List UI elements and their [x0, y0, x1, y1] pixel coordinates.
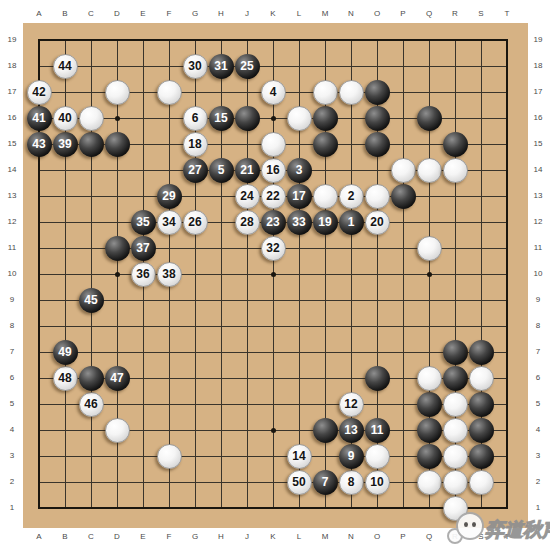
column-label-bottom: E	[140, 533, 145, 541]
column-label-top: G	[192, 10, 198, 18]
stone-white-N5: 12	[339, 392, 364, 417]
move-number-label: 39	[58, 138, 71, 150]
row-label-right: 6	[536, 374, 540, 382]
stone-black-N4: 13	[339, 418, 364, 443]
stone-white-R2	[443, 470, 468, 495]
move-number-label: 1	[348, 216, 355, 228]
move-number-label: 27	[188, 164, 201, 176]
stone-white-L3: 14	[287, 444, 312, 469]
move-number-label: 46	[84, 398, 97, 410]
column-label-bottom: C	[88, 533, 94, 541]
stone-white-S2	[469, 470, 494, 495]
column-label-top: L	[297, 10, 301, 18]
watermark-eye-icon	[472, 522, 476, 527]
stone-black-A15: 43	[27, 132, 52, 157]
move-number-label: 50	[292, 476, 305, 488]
move-number-label: 16	[266, 164, 279, 176]
stone-white-F3	[157, 444, 182, 469]
move-number-label: 23	[266, 216, 279, 228]
move-number-label: 19	[318, 216, 331, 228]
stone-white-S6	[469, 366, 494, 391]
stone-black-A16: 41	[27, 106, 52, 131]
move-number-label: 25	[240, 60, 253, 72]
stone-black-D15	[105, 132, 130, 157]
stone-black-R7	[443, 340, 468, 365]
stone-white-O3	[365, 444, 390, 469]
row-label-right: 7	[536, 348, 540, 356]
move-number-label: 37	[136, 242, 149, 254]
stone-white-B16: 40	[53, 106, 78, 131]
stone-white-B6: 48	[53, 366, 78, 391]
stone-black-R6	[443, 366, 468, 391]
stone-white-R5	[443, 392, 468, 417]
stone-black-K12: 23	[261, 210, 286, 235]
column-label-top: Q	[426, 10, 432, 18]
stone-white-G16: 6	[183, 106, 208, 131]
stone-white-J13: 24	[235, 184, 260, 209]
column-label-top: R	[452, 10, 458, 18]
move-number-label: 38	[162, 268, 175, 280]
stone-black-L14: 3	[287, 158, 312, 183]
move-number-label: 6	[192, 112, 199, 124]
stone-white-J12: 28	[235, 210, 260, 235]
stone-white-L16	[287, 106, 312, 131]
move-number-label: 36	[136, 268, 149, 280]
stone-black-C15	[79, 132, 104, 157]
stone-white-E10: 36	[131, 262, 156, 287]
row-label-right: 15	[534, 140, 543, 148]
column-label-top: T	[505, 10, 510, 18]
move-number-label: 22	[266, 190, 279, 202]
stone-white-R14	[443, 158, 468, 183]
column-label-bottom: L	[297, 533, 301, 541]
move-number-label: 32	[266, 242, 279, 254]
row-label-right: 12	[534, 218, 543, 226]
stone-white-F10: 38	[157, 262, 182, 287]
move-number-label: 47	[110, 372, 123, 384]
move-number-label: 12	[344, 398, 357, 410]
stone-white-L2: 50	[287, 470, 312, 495]
stone-black-D6: 47	[105, 366, 130, 391]
move-number-label: 45	[84, 294, 97, 306]
stone-black-B15: 39	[53, 132, 78, 157]
move-number-label: 31	[214, 60, 227, 72]
column-label-top: S	[478, 10, 483, 18]
move-number-label: 2	[348, 190, 355, 202]
stone-black-M15	[313, 132, 338, 157]
watermark-face-icon	[456, 512, 484, 540]
stone-black-S4	[469, 418, 494, 443]
stone-white-K15	[261, 132, 286, 157]
stone-black-L13: 17	[287, 184, 312, 209]
column-label-top: O	[374, 10, 380, 18]
move-number-label: 5	[218, 164, 225, 176]
row-label-right: 18	[534, 62, 543, 70]
stone-black-H18: 31	[209, 54, 234, 79]
stone-white-B18: 44	[53, 54, 78, 79]
stone-white-G15: 18	[183, 132, 208, 157]
stone-black-G14: 27	[183, 158, 208, 183]
stone-black-R15	[443, 132, 468, 157]
stone-black-M2: 7	[313, 470, 338, 495]
column-label-top: B	[62, 10, 67, 18]
row-label-left: 5	[10, 400, 14, 408]
stone-white-Q2	[417, 470, 442, 495]
move-number-label: 14	[292, 450, 305, 462]
stone-black-Q5	[417, 392, 442, 417]
move-number-label: 43	[32, 138, 45, 150]
stone-black-J14: 21	[235, 158, 260, 183]
stone-white-N13: 2	[339, 184, 364, 209]
column-label-bottom: F	[167, 533, 172, 541]
stone-black-J16	[235, 106, 260, 131]
stone-white-K17: 4	[261, 80, 286, 105]
column-label-top: K	[270, 10, 275, 18]
stone-white-P14	[391, 158, 416, 183]
stone-white-R3	[443, 444, 468, 469]
watermark-eye-icon	[464, 522, 468, 527]
column-label-bottom: M	[322, 533, 329, 541]
row-label-right: 19	[534, 36, 543, 44]
row-label-right: 5	[536, 400, 540, 408]
column-label-bottom: P	[400, 533, 405, 541]
row-label-right: 13	[534, 192, 543, 200]
row-label-left: 11	[8, 244, 16, 252]
stone-white-M13	[313, 184, 338, 209]
stone-black-J18: 25	[235, 54, 260, 79]
stone-black-L12: 33	[287, 210, 312, 235]
column-label-top: E	[140, 10, 145, 18]
column-label-top: D	[114, 10, 120, 18]
stone-white-A17: 42	[27, 80, 52, 105]
stone-white-K13: 22	[261, 184, 286, 209]
stone-white-K11: 32	[261, 236, 286, 261]
go-diagram: AABBCCDDEEFFGGHHJJKKLLMMNNOOPPQQRRSSTT19…	[0, 0, 550, 550]
stone-white-O13	[365, 184, 390, 209]
stone-black-M4	[313, 418, 338, 443]
row-label-left: 17	[8, 88, 17, 96]
stone-black-M12: 19	[313, 210, 338, 235]
board-grid: 1234567891011121314151617181920212223242…	[26, 27, 520, 521]
stone-white-O12: 20	[365, 210, 390, 235]
stone-white-G18: 30	[183, 54, 208, 79]
row-label-left: 8	[10, 322, 14, 330]
stone-black-B7: 49	[53, 340, 78, 365]
row-label-left: 10	[8, 270, 17, 278]
stone-black-C6	[79, 366, 104, 391]
stone-black-Q4	[417, 418, 442, 443]
column-label-bottom: D	[114, 533, 120, 541]
row-label-right: 17	[534, 88, 543, 96]
row-label-left: 18	[8, 62, 17, 70]
stone-black-Q16	[417, 106, 442, 131]
stone-white-Q11	[417, 236, 442, 261]
row-label-right: 3	[536, 452, 540, 460]
move-number-label: 34	[162, 216, 175, 228]
stone-black-S7	[469, 340, 494, 365]
stone-black-E12: 35	[131, 210, 156, 235]
move-number-label: 28	[240, 216, 253, 228]
stone-white-N17	[339, 80, 364, 105]
move-number-label: 8	[348, 476, 355, 488]
column-label-top: M	[322, 10, 329, 18]
column-label-bottom: O	[374, 533, 380, 541]
column-label-top: N	[348, 10, 354, 18]
row-label-left: 3	[10, 452, 14, 460]
move-number-label: 35	[136, 216, 149, 228]
stone-white-M17	[313, 80, 338, 105]
row-label-left: 9	[10, 296, 14, 304]
row-label-left: 19	[8, 36, 17, 44]
row-label-right: 10	[534, 270, 543, 278]
stone-black-O6	[365, 366, 390, 391]
stone-black-C9: 45	[79, 288, 104, 313]
stone-white-N2: 8	[339, 470, 364, 495]
move-number-label: 48	[58, 372, 71, 384]
move-number-label: 17	[292, 190, 305, 202]
stone-white-R4	[443, 418, 468, 443]
stone-black-O4: 11	[365, 418, 390, 443]
stone-white-C5: 46	[79, 392, 104, 417]
column-label-bottom: B	[62, 533, 67, 541]
row-label-left: 2	[10, 478, 14, 486]
row-label-right: 4	[536, 426, 540, 434]
stone-black-N12: 1	[339, 210, 364, 235]
move-number-label: 11	[371, 424, 384, 436]
row-label-right: 11	[534, 244, 542, 252]
column-label-bottom: H	[218, 533, 224, 541]
stone-black-H14: 5	[209, 158, 234, 183]
stone-black-O17	[365, 80, 390, 105]
column-label-top: F	[167, 10, 172, 18]
move-number-label: 9	[348, 450, 355, 462]
move-number-label: 26	[188, 216, 201, 228]
move-number-label: 41	[32, 112, 45, 124]
watermark-text: 弈道秋声	[485, 517, 550, 543]
column-label-bottom: N	[348, 533, 354, 541]
row-label-left: 15	[8, 140, 17, 148]
stone-black-S3	[469, 444, 494, 469]
column-label-bottom: A	[36, 533, 41, 541]
move-number-label: 18	[188, 138, 201, 150]
stone-black-H16: 15	[209, 106, 234, 131]
stone-black-O15	[365, 132, 390, 157]
column-label-top: A	[36, 10, 41, 18]
stone-black-P13	[391, 184, 416, 209]
stone-white-F12: 34	[157, 210, 182, 235]
stone-black-S5	[469, 392, 494, 417]
row-label-left: 4	[10, 426, 14, 434]
stone-black-F13: 29	[157, 184, 182, 209]
move-number-label: 30	[188, 60, 201, 72]
row-label-left: 1	[10, 504, 14, 512]
stone-white-D17	[105, 80, 130, 105]
move-number-label: 44	[58, 60, 71, 72]
stone-black-E11: 37	[131, 236, 156, 261]
move-number-label: 29	[162, 190, 175, 202]
stone-white-O2: 10	[365, 470, 390, 495]
move-number-label: 20	[370, 216, 383, 228]
row-label-left: 16	[8, 114, 17, 122]
row-label-left: 7	[10, 348, 14, 356]
move-number-label: 24	[240, 190, 253, 202]
stone-black-O16	[365, 106, 390, 131]
stone-white-D4	[105, 418, 130, 443]
move-number-label: 3	[296, 164, 303, 176]
row-label-left: 14	[8, 166, 17, 174]
column-label-bottom: J	[245, 533, 249, 541]
row-label-right: 8	[536, 322, 540, 330]
move-number-label: 15	[214, 112, 227, 124]
column-label-top: C	[88, 10, 94, 18]
column-label-bottom: K	[270, 533, 275, 541]
move-number-label: 42	[32, 86, 45, 98]
move-number-label: 4	[270, 86, 277, 98]
move-number-label: 10	[370, 476, 383, 488]
move-number-label: 7	[322, 476, 329, 488]
stone-black-Q3	[417, 444, 442, 469]
stone-white-Q14	[417, 158, 442, 183]
column-label-top: J	[245, 10, 249, 18]
row-label-right: 9	[536, 296, 540, 304]
column-label-top: H	[218, 10, 224, 18]
stone-white-K14: 16	[261, 158, 286, 183]
stone-black-M16	[313, 106, 338, 131]
column-label-bottom: G	[192, 533, 198, 541]
row-label-right: 14	[534, 166, 543, 174]
move-number-label: 21	[240, 164, 253, 176]
stone-white-Q6	[417, 366, 442, 391]
column-label-bottom: Q	[426, 533, 432, 541]
row-label-left: 6	[10, 374, 14, 382]
row-label-right: 16	[534, 114, 543, 122]
stone-white-F17	[157, 80, 182, 105]
stone-white-G12: 26	[183, 210, 208, 235]
move-number-label: 33	[292, 216, 305, 228]
move-number-label: 49	[58, 346, 71, 358]
column-label-top: P	[400, 10, 405, 18]
stone-black-N3: 9	[339, 444, 364, 469]
row-label-left: 12	[8, 218, 17, 226]
row-label-right: 2	[536, 478, 540, 486]
stone-black-D11	[105, 236, 130, 261]
row-label-left: 13	[8, 192, 17, 200]
watermark: 弈道秋声	[447, 510, 549, 548]
stone-white-C16	[79, 106, 104, 131]
move-number-label: 40	[58, 112, 71, 124]
move-number-label: 13	[344, 424, 357, 436]
